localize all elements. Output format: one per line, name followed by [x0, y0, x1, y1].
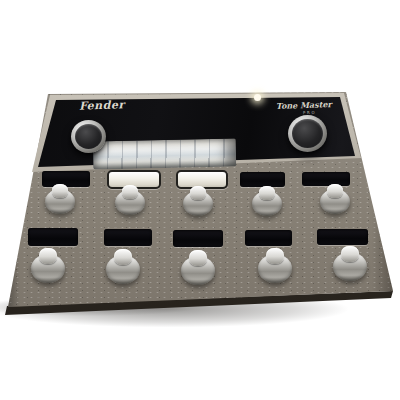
display-bottom-5: [317, 229, 368, 245]
footswitch-top-4: [252, 191, 282, 216]
knob-top-face: [292, 119, 323, 148]
footswitch-cap: [189, 250, 207, 266]
display-bottom-1: [28, 228, 78, 246]
footswitch-cap: [327, 184, 343, 198]
light-glint: [254, 94, 261, 101]
footswitch-cap: [122, 185, 138, 199]
footswitch-bottom-5: [333, 252, 367, 281]
display-top-1: [42, 171, 90, 187]
display-bottom-4: [245, 230, 292, 246]
footswitch-bottom-4: [258, 254, 292, 283]
footswitch-cap: [341, 246, 359, 262]
fender-logo: Fender: [79, 98, 125, 113]
footswitch-bottom-2: [106, 255, 140, 284]
footswitch-top-2: [115, 190, 145, 215]
main-touchscreen: [93, 139, 237, 170]
display-top-4: [240, 172, 285, 187]
footswitch-cap: [52, 184, 68, 198]
display-bottom-2: [104, 229, 152, 246]
footswitch-bottom-1: [31, 254, 65, 283]
display-top-5: [302, 172, 350, 186]
footswitch-bottom-3: [181, 256, 215, 285]
footswitch-cap: [266, 248, 284, 264]
display-bottom-3: [173, 230, 223, 247]
footswitch-cap: [114, 249, 132, 265]
master-volume-knob: [288, 115, 327, 152]
footswitch-top-5: [320, 189, 350, 214]
footswitch-top-3: [183, 191, 213, 216]
left-encoder-knob: [71, 120, 106, 153]
footswitch-cap: [39, 248, 57, 264]
footswitch-top-1: [45, 189, 75, 214]
footswitch-cap: [259, 186, 275, 200]
product-photo: Fender Tone Master PRO: [0, 0, 400, 400]
footswitch-cap: [190, 186, 206, 200]
knob-top-face: [75, 124, 102, 149]
